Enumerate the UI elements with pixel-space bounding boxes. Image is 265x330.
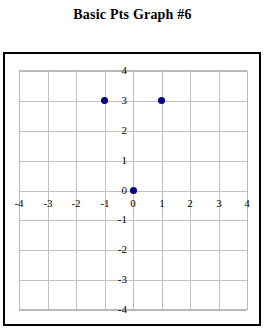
x-tick-label: 4 (235, 197, 259, 209)
data-point (130, 187, 137, 194)
v-gridline (76, 71, 77, 310)
x-tick-label: 2 (178, 197, 202, 209)
x-tick-label: 0 (121, 197, 145, 209)
v-gridline (48, 71, 49, 310)
x-tick-label: -1 (93, 197, 117, 209)
y-tick-label: -2 (101, 243, 127, 256)
y-tick-label: -3 (101, 273, 127, 286)
x-tick-label: 3 (207, 197, 231, 209)
x-tick-label: -3 (36, 197, 60, 209)
y-tick-label: -1 (101, 213, 127, 226)
y-tick-label: 0 (101, 184, 127, 197)
worksheet-page: Basic Pts Graph #6 43210-1-2-3-4-4-3-2-1… (0, 0, 265, 330)
y-tick-label: -4 (101, 303, 127, 316)
v-gridline (162, 71, 163, 310)
x-tick-label: -2 (64, 197, 88, 209)
y-tick-label: 1 (101, 154, 127, 167)
plot-layer: 43210-1-2-3-4-4-3-2-101234 (0, 0, 265, 330)
y-tick-label: 2 (101, 124, 127, 137)
v-gridline (219, 71, 220, 310)
x-tick-label: 1 (150, 197, 174, 209)
v-gridline (19, 71, 20, 310)
y-tick-label: 4 (101, 64, 127, 77)
v-gridline (190, 71, 191, 310)
v-gridline (247, 71, 248, 310)
data-point (158, 97, 165, 104)
x-tick-label: -4 (7, 197, 31, 209)
